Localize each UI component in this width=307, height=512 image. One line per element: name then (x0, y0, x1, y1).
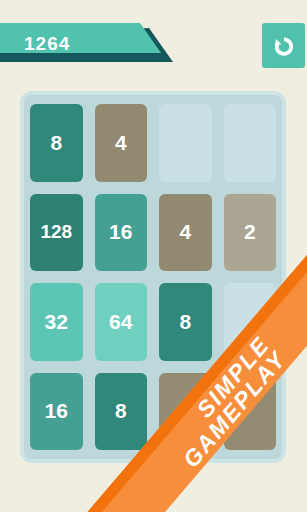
tile-128: 128 (30, 194, 83, 272)
tile-32: 32 (30, 283, 83, 361)
game-screen: 1264 84128164232648168 SIMPLE GAMEPLAY (0, 0, 307, 512)
score-value: 1264 (24, 36, 70, 52)
tile-4: 4 (95, 104, 148, 182)
empty-cell (159, 104, 212, 182)
tile-2: 2 (224, 194, 277, 272)
score-banner: 1264 (0, 23, 190, 63)
empty-cell (224, 104, 277, 182)
tile-16: 16 (95, 194, 148, 272)
tile-64: 64 (95, 283, 148, 361)
restart-button[interactable] (262, 23, 305, 68)
tile-8: 8 (95, 373, 148, 451)
tile-8: 8 (159, 283, 212, 361)
restart-icon (270, 32, 297, 59)
tile-8: 8 (30, 104, 83, 182)
tile-4: 4 (159, 194, 212, 272)
tile-16: 16 (30, 373, 83, 451)
